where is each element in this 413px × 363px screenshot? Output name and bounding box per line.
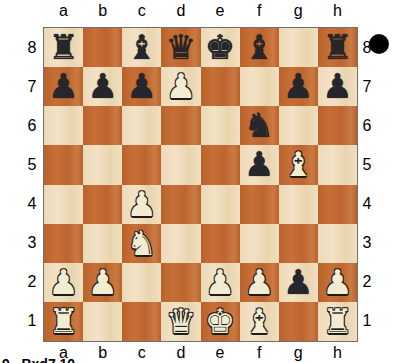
square-f8[interactable]: ♝: [240, 28, 279, 67]
square-f7[interactable]: [240, 67, 279, 106]
square-b6[interactable]: [83, 106, 122, 145]
rank-label-5: 5: [363, 156, 372, 174]
square-c4[interactable]: ♟: [122, 185, 161, 224]
black-bishop[interactable]: ♝: [127, 28, 157, 67]
square-c8[interactable]: ♝: [122, 28, 161, 67]
square-b1[interactable]: [83, 302, 122, 341]
rank-label-5: 5: [28, 156, 37, 174]
black-pawn[interactable]: ♟: [283, 67, 313, 106]
square-g7[interactable]: ♟: [279, 67, 318, 106]
file-label-c: c: [138, 2, 146, 20]
square-a2[interactable]: ♟: [44, 263, 83, 302]
square-e1[interactable]: ♚: [201, 302, 240, 341]
square-b8[interactable]: [83, 28, 122, 67]
square-e8[interactable]: ♚: [201, 28, 240, 67]
square-g2[interactable]: ♟: [279, 263, 318, 302]
square-h2[interactable]: ♟: [318, 263, 357, 302]
square-b2[interactable]: ♟: [83, 263, 122, 302]
square-e6[interactable]: [201, 106, 240, 145]
square-e7[interactable]: [201, 67, 240, 106]
file-label-d: d: [176, 344, 185, 362]
square-f3[interactable]: [240, 224, 279, 263]
white-pawn[interactable]: ♟: [87, 263, 117, 302]
rank-label-1: 1: [28, 312, 37, 330]
white-rook[interactable]: ♜: [48, 302, 78, 341]
square-d7[interactable]: ♟: [161, 67, 200, 106]
white-pawn[interactable]: ♟: [244, 263, 274, 302]
square-d8[interactable]: ♛: [161, 28, 200, 67]
file-label-h: h: [333, 2, 342, 20]
rank-label-3: 3: [28, 234, 37, 252]
rank-label-3: 3: [363, 234, 372, 252]
square-b3[interactable]: [83, 224, 122, 263]
square-h5[interactable]: [318, 145, 357, 184]
white-pawn[interactable]: ♟: [205, 263, 235, 302]
white-bishop[interactable]: ♝: [283, 145, 313, 184]
square-d1[interactable]: ♛: [161, 302, 200, 341]
file-label-f: f: [257, 344, 261, 362]
square-g5[interactable]: ♝: [279, 145, 318, 184]
square-e4[interactable]: [201, 185, 240, 224]
file-label-g: g: [294, 2, 303, 20]
black-king[interactable]: ♚: [205, 28, 235, 67]
file-label-f: f: [257, 2, 261, 20]
square-c3[interactable]: ♞: [122, 224, 161, 263]
black-knight[interactable]: ♞: [244, 106, 274, 145]
rank-label-6: 6: [363, 117, 372, 135]
black-to-move-indicator: [369, 34, 389, 54]
square-f5[interactable]: ♟: [240, 145, 279, 184]
white-pawn[interactable]: ♟: [127, 185, 157, 224]
square-b4[interactable]: [83, 185, 122, 224]
rank-labels-left: 87654321: [24, 28, 40, 341]
square-h3[interactable]: [318, 224, 357, 263]
square-f2[interactable]: ♟: [240, 263, 279, 302]
white-bishop[interactable]: ♝: [244, 302, 274, 341]
white-pawn[interactable]: ♟: [322, 263, 352, 302]
file-label-b: b: [98, 344, 107, 362]
square-d3[interactable]: [161, 224, 200, 263]
black-pawn[interactable]: ♟: [322, 67, 352, 106]
square-h6[interactable]: [318, 106, 357, 145]
rank-label-8: 8: [28, 39, 37, 57]
rank-label-2: 2: [363, 273, 372, 291]
rank-label-4: 4: [363, 195, 372, 213]
black-pawn[interactable]: ♟: [127, 67, 157, 106]
file-label-e: e: [216, 344, 225, 362]
file-label-d: d: [176, 2, 185, 20]
square-a4[interactable]: [44, 185, 83, 224]
square-a1[interactable]: ♜: [44, 302, 83, 341]
rank-label-7: 7: [363, 78, 372, 96]
file-label-g: g: [294, 344, 303, 362]
white-pawn[interactable]: ♟: [48, 263, 78, 302]
square-f6[interactable]: ♞: [240, 106, 279, 145]
square-g4[interactable]: [279, 185, 318, 224]
black-pawn[interactable]: ♟: [283, 263, 313, 302]
white-knight[interactable]: ♞: [127, 224, 157, 263]
file-label-b: b: [98, 2, 107, 20]
square-a6[interactable]: [44, 106, 83, 145]
square-c2[interactable]: [122, 263, 161, 302]
square-f1[interactable]: ♝: [240, 302, 279, 341]
rank-label-4: 4: [28, 195, 37, 213]
square-b5[interactable]: [83, 145, 122, 184]
square-a3[interactable]: [44, 224, 83, 263]
caption-fragment: 9...Bxd7 10.: [2, 356, 79, 363]
black-pawn[interactable]: ♟: [48, 67, 78, 106]
square-c6[interactable]: [122, 106, 161, 145]
square-e3[interactable]: [201, 224, 240, 263]
square-f4[interactable]: [240, 185, 279, 224]
file-label-c: c: [138, 344, 146, 362]
black-queen[interactable]: ♛: [166, 28, 196, 67]
square-b7[interactable]: ♟: [83, 67, 122, 106]
square-a7[interactable]: ♟: [44, 67, 83, 106]
square-d2[interactable]: [161, 263, 200, 302]
white-king[interactable]: ♚: [205, 302, 235, 341]
square-d6[interactable]: [161, 106, 200, 145]
square-h1[interactable]: ♜: [318, 302, 357, 341]
square-a8[interactable]: ♜: [44, 28, 83, 67]
rank-label-6: 6: [28, 117, 37, 135]
square-d4[interactable]: [161, 185, 200, 224]
square-g1[interactable]: [279, 302, 318, 341]
square-e2[interactable]: ♟: [201, 263, 240, 302]
black-pawn[interactable]: ♟: [87, 67, 117, 106]
file-labels-bottom: abcdefgh: [44, 342, 357, 363]
square-h4[interactable]: [318, 185, 357, 224]
square-h7[interactable]: ♟: [318, 67, 357, 106]
black-rook[interactable]: ♜: [48, 28, 78, 67]
square-c1[interactable]: [122, 302, 161, 341]
black-bishop[interactable]: ♝: [244, 28, 274, 67]
square-d5[interactable]: [161, 145, 200, 184]
rank-label-7: 7: [28, 78, 37, 96]
black-rook[interactable]: ♜: [322, 28, 352, 67]
square-g8[interactable]: [279, 28, 318, 67]
chess-diagram: abcdefgh 87654321 87654321 ♜♝♛♚♝♜♟♟♟♟♟♟♞…: [0, 0, 413, 363]
chess-board: ♜♝♛♚♝♜♟♟♟♟♟♟♞♟♝♟♞♟♟♟♟♟♟♜♛♚♝♜: [44, 28, 357, 341]
square-c5[interactable]: [122, 145, 161, 184]
white-rook[interactable]: ♜: [322, 302, 352, 341]
square-a5[interactable]: [44, 145, 83, 184]
square-h8[interactable]: ♜: [318, 28, 357, 67]
file-labels-top: abcdefgh: [44, 0, 357, 22]
rank-label-1: 1: [363, 312, 372, 330]
square-g3[interactable]: [279, 224, 318, 263]
square-c7[interactable]: ♟: [122, 67, 161, 106]
rank-labels-right: 87654321: [359, 28, 375, 341]
square-e5[interactable]: [201, 145, 240, 184]
white-queen[interactable]: ♛: [166, 302, 196, 341]
rank-label-2: 2: [28, 273, 37, 291]
black-pawn[interactable]: ♟: [244, 145, 274, 184]
square-g6[interactable]: [279, 106, 318, 145]
file-label-e: e: [216, 2, 225, 20]
white-pawn[interactable]: ♟: [166, 67, 196, 106]
file-label-a: a: [59, 2, 68, 20]
file-label-h: h: [333, 344, 342, 362]
